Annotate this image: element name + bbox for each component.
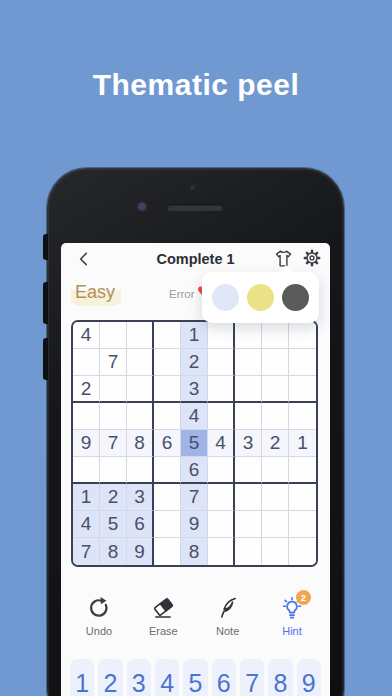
light-blue-theme-swatch[interactable] (212, 284, 239, 311)
cell-r2c9[interactable] (289, 349, 316, 376)
cell-r4c7[interactable] (235, 403, 262, 430)
cell-r4c3[interactable] (127, 403, 154, 430)
page-background: Thematic peel Complete 1 (0, 0, 392, 696)
cell-r9c1[interactable]: 7 (73, 538, 100, 565)
cell-r7c4[interactable] (154, 484, 181, 511)
cell-r7c8[interactable] (262, 484, 289, 511)
cell-r5c5[interactable]: 5 (181, 430, 208, 457)
hint-button[interactable]: 2 Hint (268, 595, 316, 637)
cell-r2c7[interactable] (235, 349, 262, 376)
cell-r7c9[interactable] (289, 484, 316, 511)
cell-r1c4[interactable] (154, 322, 181, 349)
cell-r8c8[interactable] (262, 511, 289, 538)
difficulty-label: Easy (71, 281, 121, 306)
cell-r8c7[interactable] (235, 511, 262, 538)
cell-r5c6[interactable]: 4 (208, 430, 235, 457)
cell-r9c2[interactable]: 8 (100, 538, 127, 565)
erase-label: Erase (149, 625, 178, 637)
cell-r9c5[interactable]: 8 (181, 538, 208, 565)
theme-popup (202, 272, 319, 323)
cell-r9c6[interactable] (208, 538, 235, 565)
cell-r2c5[interactable]: 2 (181, 349, 208, 376)
cell-r8c6[interactable] (208, 511, 235, 538)
cell-r1c8[interactable] (262, 322, 289, 349)
cell-r8c3[interactable]: 6 (127, 511, 154, 538)
numpad-2[interactable]: 2 (98, 659, 122, 696)
number-pad: 123456789 (70, 659, 321, 696)
cell-r2c3[interactable] (127, 349, 154, 376)
cell-r2c2[interactable]: 7 (100, 349, 127, 376)
cell-r4c5[interactable]: 4 (181, 403, 208, 430)
numpad-9[interactable]: 9 (297, 659, 321, 696)
cell-r3c4[interactable] (154, 376, 181, 403)
cell-r5c7[interactable]: 3 (235, 430, 262, 457)
cell-r3c1[interactable]: 2 (73, 376, 100, 403)
cell-r1c6[interactable] (208, 322, 235, 349)
cell-r6c1[interactable] (73, 457, 100, 484)
cell-r1c2[interactable] (100, 322, 127, 349)
cell-r3c2[interactable] (100, 376, 127, 403)
cell-r7c1[interactable]: 1 (73, 484, 100, 511)
phone-frame: Complete 1 (47, 168, 344, 696)
cell-r8c2[interactable]: 5 (100, 511, 127, 538)
cell-r9c9[interactable] (289, 538, 316, 565)
numpad-7[interactable]: 7 (240, 659, 264, 696)
numpad-3[interactable]: 3 (127, 659, 151, 696)
mute-switch (43, 234, 48, 260)
cell-r6c2[interactable] (100, 457, 127, 484)
cell-r7c5[interactable]: 7 (181, 484, 208, 511)
undo-button[interactable]: Undo (75, 595, 123, 637)
cell-r6c5[interactable]: 6 (181, 457, 208, 484)
speaker-grille (167, 204, 223, 211)
toolbar: Undo Erase Note (75, 595, 316, 637)
cell-r3c9[interactable] (289, 376, 316, 403)
cell-r6c9[interactable] (289, 457, 316, 484)
page-title: Thematic peel (0, 68, 392, 102)
undo-label: Undo (86, 625, 112, 637)
cell-r5c8[interactable]: 2 (262, 430, 289, 457)
numpad-8[interactable]: 8 (268, 659, 292, 696)
cell-r6c6[interactable] (208, 457, 235, 484)
cell-r3c8[interactable] (262, 376, 289, 403)
erase-button[interactable]: Erase (139, 595, 187, 637)
cell-r5c3[interactable]: 8 (127, 430, 154, 457)
cell-r6c4[interactable] (154, 457, 181, 484)
cell-r4c4[interactable] (154, 403, 181, 430)
yellow-theme-swatch[interactable] (247, 284, 274, 311)
gear-icon[interactable] (302, 248, 322, 268)
volume-down-button (43, 338, 48, 380)
cell-r7c2[interactable]: 2 (100, 484, 127, 511)
cell-r3c6[interactable] (208, 376, 235, 403)
cell-r6c8[interactable] (262, 457, 289, 484)
volume-up-button (43, 282, 48, 324)
cell-r1c5[interactable]: 1 (181, 322, 208, 349)
error-label: Error (169, 288, 195, 300)
dark-theme-swatch[interactable] (282, 284, 309, 311)
cell-r5c4[interactable]: 6 (154, 430, 181, 457)
cell-r8c4[interactable] (154, 511, 181, 538)
note-label: Note (216, 625, 239, 637)
cell-r6c3[interactable] (127, 457, 154, 484)
cell-r8c1[interactable]: 4 (73, 511, 100, 538)
undo-icon (86, 595, 112, 621)
cell-r5c1[interactable]: 9 (73, 430, 100, 457)
numpad-4[interactable]: 4 (155, 659, 179, 696)
cell-r2c4[interactable] (154, 349, 181, 376)
cell-r9c3[interactable]: 9 (127, 538, 154, 565)
cell-r4c2[interactable] (100, 403, 127, 430)
cell-r2c8[interactable] (262, 349, 289, 376)
cell-r4c8[interactable] (262, 403, 289, 430)
cell-r2c1[interactable] (73, 349, 100, 376)
cell-r7c7[interactable] (235, 484, 262, 511)
hint-label: Hint (282, 625, 302, 637)
cell-r1c3[interactable] (127, 322, 154, 349)
numpad-6[interactable]: 6 (212, 659, 236, 696)
cell-r3c5[interactable]: 3 (181, 376, 208, 403)
cell-r7c3[interactable]: 3 (127, 484, 154, 511)
cell-r4c6[interactable] (208, 403, 235, 430)
app-screen: Complete 1 (61, 243, 330, 696)
note-button[interactable]: Note (204, 595, 252, 637)
cell-r4c9[interactable] (289, 403, 316, 430)
cell-r2c6[interactable] (208, 349, 235, 376)
cell-r8c9[interactable] (289, 511, 316, 538)
numpad-1[interactable]: 1 (70, 659, 94, 696)
cell-r6c7[interactable] (235, 457, 262, 484)
sensor-dot (190, 185, 195, 190)
cell-r5c9[interactable]: 1 (289, 430, 316, 457)
cell-r4c1[interactable] (73, 403, 100, 430)
cell-r9c8[interactable] (262, 538, 289, 565)
cell-r7c6[interactable] (208, 484, 235, 511)
quill-icon (215, 595, 241, 621)
cell-r1c9[interactable] (289, 322, 316, 349)
front-camera (137, 202, 148, 213)
cell-r9c4[interactable] (154, 538, 181, 565)
hint-count-badge: 2 (296, 590, 311, 605)
sudoku-board: 41722349786543216123745697898 (71, 320, 318, 567)
cell-r1c7[interactable] (235, 322, 262, 349)
cell-r8c5[interactable]: 9 (181, 511, 208, 538)
cell-r9c7[interactable] (235, 538, 262, 565)
cell-r1c1[interactable]: 4 (73, 322, 100, 349)
eraser-icon (150, 595, 176, 621)
numpad-5[interactable]: 5 (183, 659, 207, 696)
cell-r5c2[interactable]: 7 (100, 430, 127, 457)
cell-r3c3[interactable] (127, 376, 154, 403)
cell-r3c7[interactable] (235, 376, 262, 403)
